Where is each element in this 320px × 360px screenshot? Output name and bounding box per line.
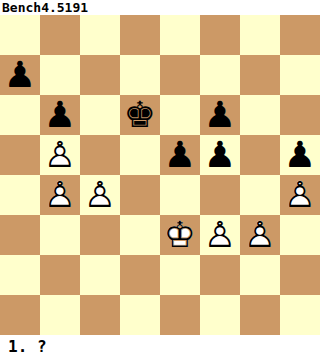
square-b8[interactable] [40,15,80,55]
white-king[interactable]: ♚♔ [160,215,200,255]
piece-glyph: ♟ [160,135,200,175]
piece-glyph: ♟ [280,135,320,175]
square-g8[interactable] [240,15,280,55]
square-h3[interactable] [280,215,320,255]
black-pawn[interactable]: ♟ [40,95,80,135]
white-pawn[interactable]: ♟♙ [240,215,280,255]
square-d3[interactable] [120,215,160,255]
square-f3[interactable]: ♟♙ [200,215,240,255]
square-c5[interactable] [80,135,120,175]
square-e1[interactable] [160,295,200,335]
black-pawn[interactable]: ♟ [160,135,200,175]
piece-glyph: ♟ [200,135,240,175]
square-d2[interactable] [120,255,160,295]
square-b4[interactable]: ♟♙ [40,175,80,215]
square-f2[interactable] [200,255,240,295]
piece-glyph: ♟ [0,55,40,95]
square-c2[interactable] [80,255,120,295]
square-a6[interactable] [0,95,40,135]
piece-outline-glyph: ♙ [200,215,240,255]
black-pawn[interactable]: ♟ [0,55,40,95]
square-d6[interactable]: ♚ [120,95,160,135]
piece-outline-glyph: ♔ [160,215,200,255]
square-c7[interactable] [80,55,120,95]
square-h8[interactable] [280,15,320,55]
piece-outline-glyph: ♙ [280,175,320,215]
square-e4[interactable] [160,175,200,215]
square-a7[interactable]: ♟ [0,55,40,95]
square-d8[interactable] [120,15,160,55]
square-b3[interactable] [40,215,80,255]
square-g7[interactable] [240,55,280,95]
square-c4[interactable]: ♟♙ [80,175,120,215]
piece-outline-glyph: ♙ [40,135,80,175]
square-b7[interactable] [40,55,80,95]
move-prompt: 1. ? [8,336,47,360]
square-c1[interactable] [80,295,120,335]
square-g6[interactable] [240,95,280,135]
piece-outline-glyph: ♙ [240,215,280,255]
square-d5[interactable] [120,135,160,175]
black-pawn[interactable]: ♟ [200,135,240,175]
square-b5[interactable]: ♟♙ [40,135,80,175]
white-pawn[interactable]: ♟♙ [40,175,80,215]
piece-glyph: ♟ [200,95,240,135]
square-h7[interactable] [280,55,320,95]
square-h6[interactable] [280,95,320,135]
square-c3[interactable] [80,215,120,255]
square-a5[interactable] [0,135,40,175]
piece-glyph: ♟ [40,95,80,135]
square-b6[interactable]: ♟ [40,95,80,135]
piece-glyph: ♚ [120,95,160,135]
square-a1[interactable] [0,295,40,335]
square-f8[interactable] [200,15,240,55]
white-pawn[interactable]: ♟♙ [200,215,240,255]
square-g3[interactable]: ♟♙ [240,215,280,255]
square-e2[interactable] [160,255,200,295]
square-a2[interactable] [0,255,40,295]
square-d1[interactable] [120,295,160,335]
square-e8[interactable] [160,15,200,55]
black-pawn[interactable]: ♟ [200,95,240,135]
square-c6[interactable] [80,95,120,135]
square-f5[interactable]: ♟ [200,135,240,175]
square-e7[interactable] [160,55,200,95]
square-a3[interactable] [0,215,40,255]
square-h4[interactable]: ♟♙ [280,175,320,215]
square-f7[interactable] [200,55,240,95]
square-b2[interactable] [40,255,80,295]
square-e6[interactable] [160,95,200,135]
square-g4[interactable] [240,175,280,215]
square-d7[interactable] [120,55,160,95]
white-pawn[interactable]: ♟♙ [40,135,80,175]
square-f1[interactable] [200,295,240,335]
square-b1[interactable] [40,295,80,335]
square-c8[interactable] [80,15,120,55]
square-h1[interactable] [280,295,320,335]
piece-outline-glyph: ♙ [40,175,80,215]
white-pawn[interactable]: ♟♙ [280,175,320,215]
square-g2[interactable] [240,255,280,295]
square-h5[interactable]: ♟ [280,135,320,175]
white-pawn[interactable]: ♟♙ [80,175,120,215]
piece-outline-glyph: ♙ [80,175,120,215]
square-f4[interactable] [200,175,240,215]
square-e3[interactable]: ♚♔ [160,215,200,255]
chess-board: ♟♟♚♟♟♙♟♟♟♟♙♟♙♟♙♚♔♟♙♟♙ [0,15,320,335]
black-king[interactable]: ♚ [120,95,160,135]
square-f6[interactable]: ♟ [200,95,240,135]
square-g5[interactable] [240,135,280,175]
square-h2[interactable] [280,255,320,295]
square-g1[interactable] [240,295,280,335]
black-pawn[interactable]: ♟ [280,135,320,175]
square-d4[interactable] [120,175,160,215]
position-title: Bench4.5191 [2,0,88,15]
square-a4[interactable] [0,175,40,215]
square-e5[interactable]: ♟ [160,135,200,175]
square-a8[interactable] [0,15,40,55]
